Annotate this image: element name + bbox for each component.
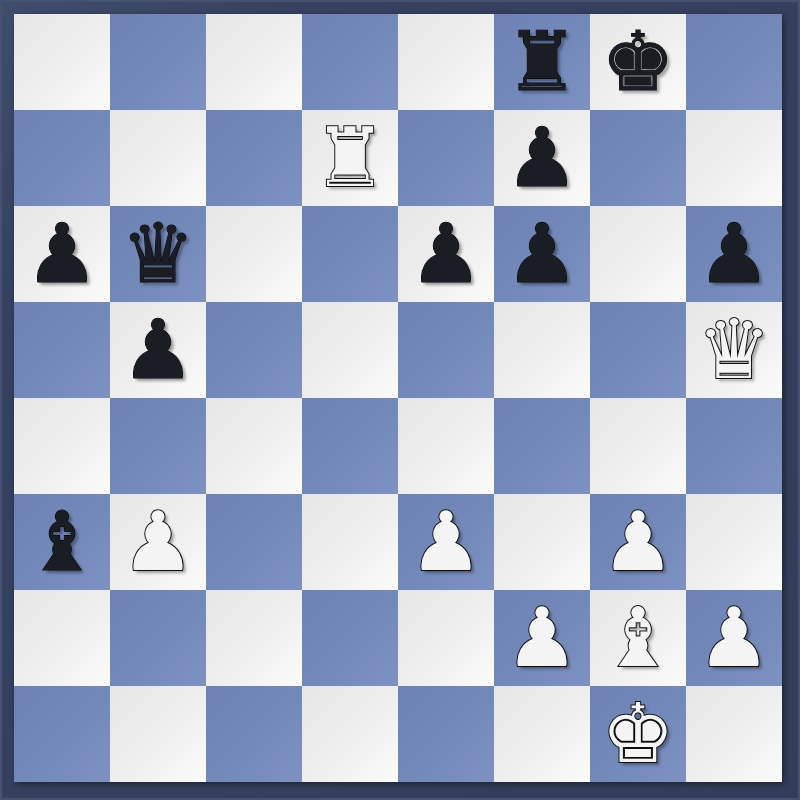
square-d2[interactable] [302, 590, 398, 686]
piece-white-bishop[interactable]: ♝ [601, 590, 675, 686]
piece-white-king[interactable]: ♚ [601, 686, 675, 782]
piece-white-rook[interactable]: ♜ [313, 110, 387, 206]
square-a6[interactable]: ♟ [14, 206, 110, 302]
square-b3[interactable]: ♟ [110, 494, 206, 590]
board-frame: ♜♚♜♟♟♛♟♟♟♟♛♝♟♟♟♟♝♟♚ [0, 0, 800, 800]
square-h5[interactable]: ♛ [686, 302, 782, 398]
square-d1[interactable] [302, 686, 398, 782]
chess-board: ♜♚♜♟♟♛♟♟♟♟♛♝♟♟♟♟♝♟♚ [14, 14, 782, 782]
square-f2[interactable]: ♟ [494, 590, 590, 686]
piece-black-pawn[interactable]: ♟ [121, 302, 195, 398]
square-h2[interactable]: ♟ [686, 590, 782, 686]
square-b8[interactable] [110, 14, 206, 110]
square-g4[interactable] [590, 398, 686, 494]
square-e5[interactable] [398, 302, 494, 398]
square-a4[interactable] [14, 398, 110, 494]
square-f4[interactable] [494, 398, 590, 494]
square-f6[interactable]: ♟ [494, 206, 590, 302]
piece-white-pawn[interactable]: ♟ [505, 590, 579, 686]
piece-black-pawn[interactable]: ♟ [697, 206, 771, 302]
square-d3[interactable] [302, 494, 398, 590]
piece-black-queen[interactable]: ♛ [121, 206, 195, 302]
square-d6[interactable] [302, 206, 398, 302]
square-f7[interactable]: ♟ [494, 110, 590, 206]
square-b7[interactable] [110, 110, 206, 206]
piece-black-pawn[interactable]: ♟ [505, 110, 579, 206]
square-c3[interactable] [206, 494, 302, 590]
square-d7[interactable]: ♜ [302, 110, 398, 206]
square-a8[interactable] [14, 14, 110, 110]
square-f3[interactable] [494, 494, 590, 590]
piece-white-pawn[interactable]: ♟ [601, 494, 675, 590]
square-a3[interactable]: ♝ [14, 494, 110, 590]
piece-black-pawn[interactable]: ♟ [25, 206, 99, 302]
square-a2[interactable] [14, 590, 110, 686]
square-h8[interactable] [686, 14, 782, 110]
square-g5[interactable] [590, 302, 686, 398]
square-a5[interactable] [14, 302, 110, 398]
square-c2[interactable] [206, 590, 302, 686]
square-a1[interactable] [14, 686, 110, 782]
square-h7[interactable] [686, 110, 782, 206]
square-g2[interactable]: ♝ [590, 590, 686, 686]
piece-black-pawn[interactable]: ♟ [505, 206, 579, 302]
piece-black-rook[interactable]: ♜ [505, 14, 579, 110]
piece-white-queen[interactable]: ♛ [697, 302, 771, 398]
square-g3[interactable]: ♟ [590, 494, 686, 590]
square-h1[interactable] [686, 686, 782, 782]
square-d5[interactable] [302, 302, 398, 398]
square-b5[interactable]: ♟ [110, 302, 206, 398]
square-b1[interactable] [110, 686, 206, 782]
square-b2[interactable] [110, 590, 206, 686]
square-a7[interactable] [14, 110, 110, 206]
piece-white-pawn[interactable]: ♟ [121, 494, 195, 590]
square-c7[interactable] [206, 110, 302, 206]
square-c1[interactable] [206, 686, 302, 782]
piece-black-bishop[interactable]: ♝ [25, 494, 99, 590]
piece-black-pawn[interactable]: ♟ [409, 206, 483, 302]
square-f1[interactable] [494, 686, 590, 782]
square-e2[interactable] [398, 590, 494, 686]
square-e7[interactable] [398, 110, 494, 206]
square-c6[interactable] [206, 206, 302, 302]
piece-black-king[interactable]: ♚ [601, 14, 675, 110]
square-c4[interactable] [206, 398, 302, 494]
square-e6[interactable]: ♟ [398, 206, 494, 302]
square-g8[interactable]: ♚ [590, 14, 686, 110]
square-g1[interactable]: ♚ [590, 686, 686, 782]
square-f5[interactable] [494, 302, 590, 398]
square-e1[interactable] [398, 686, 494, 782]
square-c5[interactable] [206, 302, 302, 398]
square-e3[interactable]: ♟ [398, 494, 494, 590]
square-g6[interactable] [590, 206, 686, 302]
square-d8[interactable] [302, 14, 398, 110]
square-c8[interactable] [206, 14, 302, 110]
square-f8[interactable]: ♜ [494, 14, 590, 110]
piece-white-pawn[interactable]: ♟ [697, 590, 771, 686]
piece-white-pawn[interactable]: ♟ [409, 494, 483, 590]
square-d4[interactable] [302, 398, 398, 494]
square-e8[interactable] [398, 14, 494, 110]
square-g7[interactable] [590, 110, 686, 206]
square-e4[interactable] [398, 398, 494, 494]
square-b6[interactable]: ♛ [110, 206, 206, 302]
square-b4[interactable] [110, 398, 206, 494]
square-h6[interactable]: ♟ [686, 206, 782, 302]
square-h3[interactable] [686, 494, 782, 590]
square-h4[interactable] [686, 398, 782, 494]
